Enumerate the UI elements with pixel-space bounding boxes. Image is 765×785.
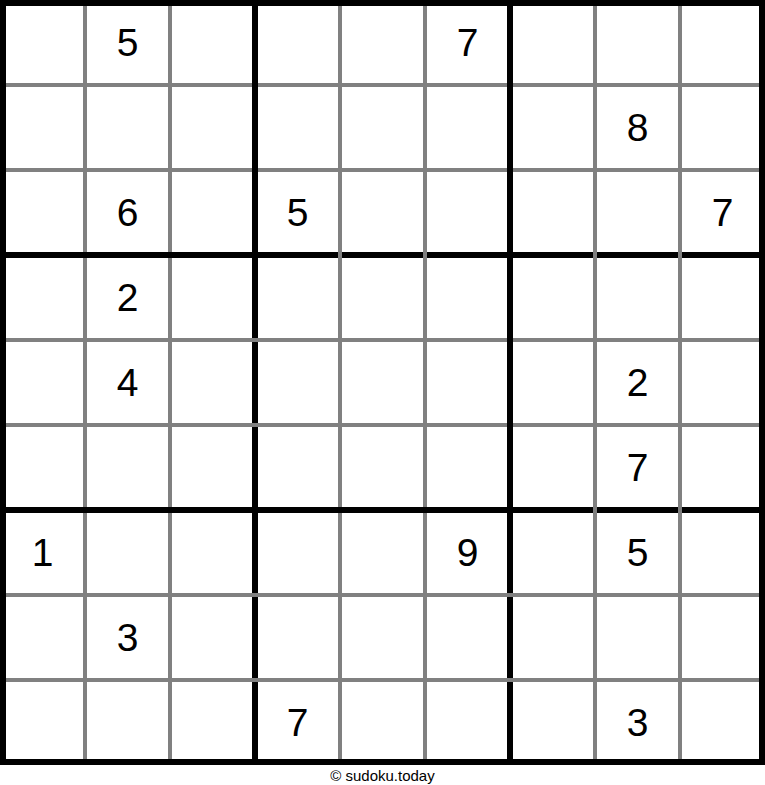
cell-r2c4[interactable] (255, 85, 340, 170)
cell-r8c5[interactable] (340, 595, 425, 680)
cell-r9c9[interactable] (680, 680, 765, 765)
cell-r4c3[interactable] (170, 255, 255, 340)
given-digit-r4c2[interactable]: 2 (85, 255, 170, 340)
cell-r2c7[interactable] (510, 85, 595, 170)
cell-r1c1[interactable] (0, 0, 85, 85)
cell-r2c6[interactable] (425, 85, 510, 170)
given-digit-r1c2[interactable]: 5 (85, 0, 170, 85)
cell-r4c1[interactable] (0, 255, 85, 340)
cell-r3c5[interactable] (340, 170, 425, 255)
cell-r4c9[interactable] (680, 255, 765, 340)
cell-r6c6[interactable] (425, 425, 510, 510)
cell-r7c3[interactable] (170, 510, 255, 595)
cell-r2c1[interactable] (0, 85, 85, 170)
given-digit-r3c4[interactable]: 5 (255, 170, 340, 255)
cell-r2c9[interactable] (680, 85, 765, 170)
cell-r1c4[interactable] (255, 0, 340, 85)
cell-r1c9[interactable] (680, 0, 765, 85)
cell-r5c6[interactable] (425, 340, 510, 425)
cell-r1c3[interactable] (170, 0, 255, 85)
cell-r5c5[interactable] (340, 340, 425, 425)
cell-r8c4[interactable] (255, 595, 340, 680)
cell-r2c5[interactable] (340, 85, 425, 170)
given-digit-r7c6[interactable]: 9 (425, 510, 510, 595)
cell-r9c6[interactable] (425, 680, 510, 765)
cell-r1c8[interactable] (595, 0, 680, 85)
cell-r9c3[interactable] (170, 680, 255, 765)
cell-r8c7[interactable] (510, 595, 595, 680)
sudoku-board: 5786572427195373 (0, 0, 765, 765)
cell-r6c2[interactable] (85, 425, 170, 510)
cell-r3c3[interactable] (170, 170, 255, 255)
cell-r4c6[interactable] (425, 255, 510, 340)
cell-r2c2[interactable] (85, 85, 170, 170)
cell-r5c7[interactable] (510, 340, 595, 425)
cell-r4c7[interactable] (510, 255, 595, 340)
cell-r3c7[interactable] (510, 170, 595, 255)
cell-r1c7[interactable] (510, 0, 595, 85)
cell-r9c5[interactable] (340, 680, 425, 765)
cell-r4c8[interactable] (595, 255, 680, 340)
cell-r7c9[interactable] (680, 510, 765, 595)
cell-r2c3[interactable] (170, 85, 255, 170)
cell-r4c4[interactable] (255, 255, 340, 340)
cell-r6c9[interactable] (680, 425, 765, 510)
sudoku-page: 5786572427195373 © sudoku.today (0, 0, 765, 785)
given-digit-r5c8[interactable]: 2 (595, 340, 680, 425)
cell-r6c4[interactable] (255, 425, 340, 510)
cell-r8c3[interactable] (170, 595, 255, 680)
given-digit-r9c4[interactable]: 7 (255, 680, 340, 765)
cell-r8c1[interactable] (0, 595, 85, 680)
given-digit-r3c2[interactable]: 6 (85, 170, 170, 255)
cell-r9c7[interactable] (510, 680, 595, 765)
cell-r5c1[interactable] (0, 340, 85, 425)
cell-r3c6[interactable] (425, 170, 510, 255)
cell-r9c2[interactable] (85, 680, 170, 765)
given-digit-r9c8[interactable]: 3 (595, 680, 680, 765)
given-digit-r5c2[interactable]: 4 (85, 340, 170, 425)
cell-r5c4[interactable] (255, 340, 340, 425)
cell-r8c9[interactable] (680, 595, 765, 680)
given-digit-r2c8[interactable]: 8 (595, 85, 680, 170)
cell-r7c5[interactable] (340, 510, 425, 595)
given-digit-r7c8[interactable]: 5 (595, 510, 680, 595)
cell-r5c3[interactable] (170, 340, 255, 425)
cell-r6c1[interactable] (0, 425, 85, 510)
given-digit-r3c9[interactable]: 7 (680, 170, 765, 255)
cell-r7c7[interactable] (510, 510, 595, 595)
given-digit-r8c2[interactable]: 3 (85, 595, 170, 680)
cell-r3c8[interactable] (595, 170, 680, 255)
cell-r4c5[interactable] (340, 255, 425, 340)
cell-r7c2[interactable] (85, 510, 170, 595)
given-digit-r6c8[interactable]: 7 (595, 425, 680, 510)
cell-r1c5[interactable] (340, 0, 425, 85)
footer: © sudoku.today (0, 765, 765, 785)
cell-r7c4[interactable] (255, 510, 340, 595)
cell-r6c7[interactable] (510, 425, 595, 510)
given-digit-r1c6[interactable]: 7 (425, 0, 510, 85)
cell-r8c6[interactable] (425, 595, 510, 680)
copyright-text: © sudoku.today (330, 767, 434, 784)
cell-r9c1[interactable] (0, 680, 85, 765)
given-digit-r7c1[interactable]: 1 (0, 510, 85, 595)
cell-r8c8[interactable] (595, 595, 680, 680)
cell-r6c5[interactable] (340, 425, 425, 510)
cell-r3c1[interactable] (0, 170, 85, 255)
cell-r6c3[interactable] (170, 425, 255, 510)
cell-r5c9[interactable] (680, 340, 765, 425)
